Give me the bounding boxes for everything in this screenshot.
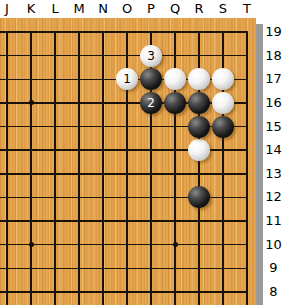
row-label-19: 19 <box>264 24 283 40</box>
column-label-K: K <box>19 0 43 18</box>
column-label-P: P <box>139 0 163 18</box>
stone-white-S17[interactable] <box>212 68 234 90</box>
column-label-L: L <box>43 0 67 18</box>
row-label-14: 14 <box>264 142 283 158</box>
stone-white-R17[interactable] <box>188 68 210 90</box>
column-labels: JKLMNOPQRST <box>0 0 284 18</box>
row-label-17: 17 <box>264 71 283 87</box>
column-label-S: S <box>211 0 235 18</box>
star-point-Q10 <box>173 242 178 247</box>
column-label-R: R <box>187 0 211 18</box>
row-labels: 1918171615141312111098 <box>264 18 284 305</box>
row-label-10: 10 <box>264 237 283 253</box>
column-label-M: M <box>67 0 91 18</box>
board-shadow <box>256 24 263 305</box>
stone-black-R16[interactable] <box>188 92 210 114</box>
go-board[interactable]: 312 <box>0 18 256 305</box>
column-label-T: T <box>235 0 259 18</box>
row-label-13: 13 <box>264 166 283 182</box>
row-label-11: 11 <box>264 213 283 229</box>
stone-white-O17[interactable]: 1 <box>116 68 138 90</box>
row-label-8: 8 <box>264 284 283 300</box>
go-diagram: JKLMNOPQRST 312 1918171615141312111098 <box>0 0 284 305</box>
board-grid: 312 <box>0 20 259 304</box>
column-label-O: O <box>115 0 139 18</box>
stone-black-R12[interactable] <box>188 186 210 208</box>
row-label-15: 15 <box>264 119 283 135</box>
star-point-K10 <box>29 242 34 247</box>
stone-white-S16[interactable] <box>212 92 234 114</box>
stone-black-S15[interactable] <box>212 116 234 138</box>
row-label-9: 9 <box>264 260 283 276</box>
stone-white-Q17[interactable] <box>164 68 186 90</box>
stone-black-Q16[interactable] <box>164 92 186 114</box>
row-label-18: 18 <box>264 48 283 64</box>
stone-black-P17[interactable] <box>140 68 162 90</box>
star-point-K16 <box>29 100 34 105</box>
stone-black-R15[interactable] <box>188 116 210 138</box>
stone-black-P16[interactable]: 2 <box>140 92 162 114</box>
column-label-Q: Q <box>163 0 187 18</box>
column-label-N: N <box>91 0 115 18</box>
column-label-J: J <box>0 0 19 18</box>
stone-white-P18[interactable]: 3 <box>140 45 162 67</box>
stone-white-R14[interactable] <box>188 139 210 161</box>
row-label-12: 12 <box>264 189 283 205</box>
row-label-16: 16 <box>264 95 283 111</box>
